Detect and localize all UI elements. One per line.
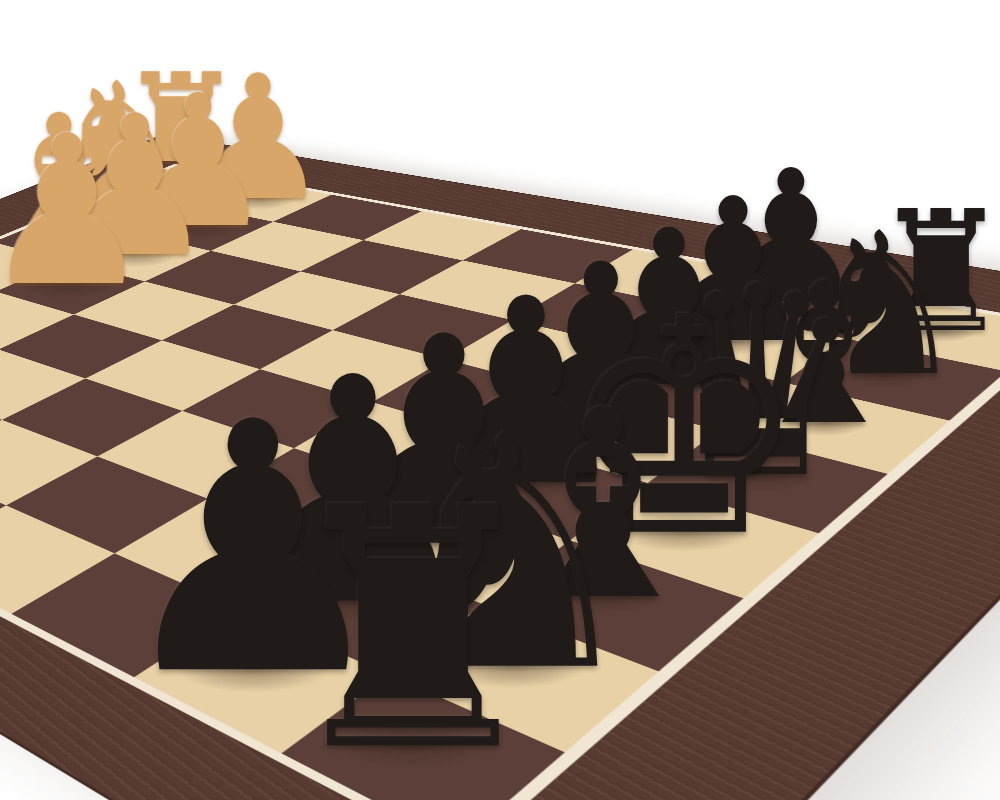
piece-black-rook-h8: ♜	[276, 465, 549, 796]
chess-set-photo: ♜♟♞♟♝♟♟♟♜♟♞♟♝♟♛♟♚♟♝♟♞♟♜	[0, 0, 1000, 800]
piece-white-pawn-d2: ♟	[0, 109, 152, 316]
